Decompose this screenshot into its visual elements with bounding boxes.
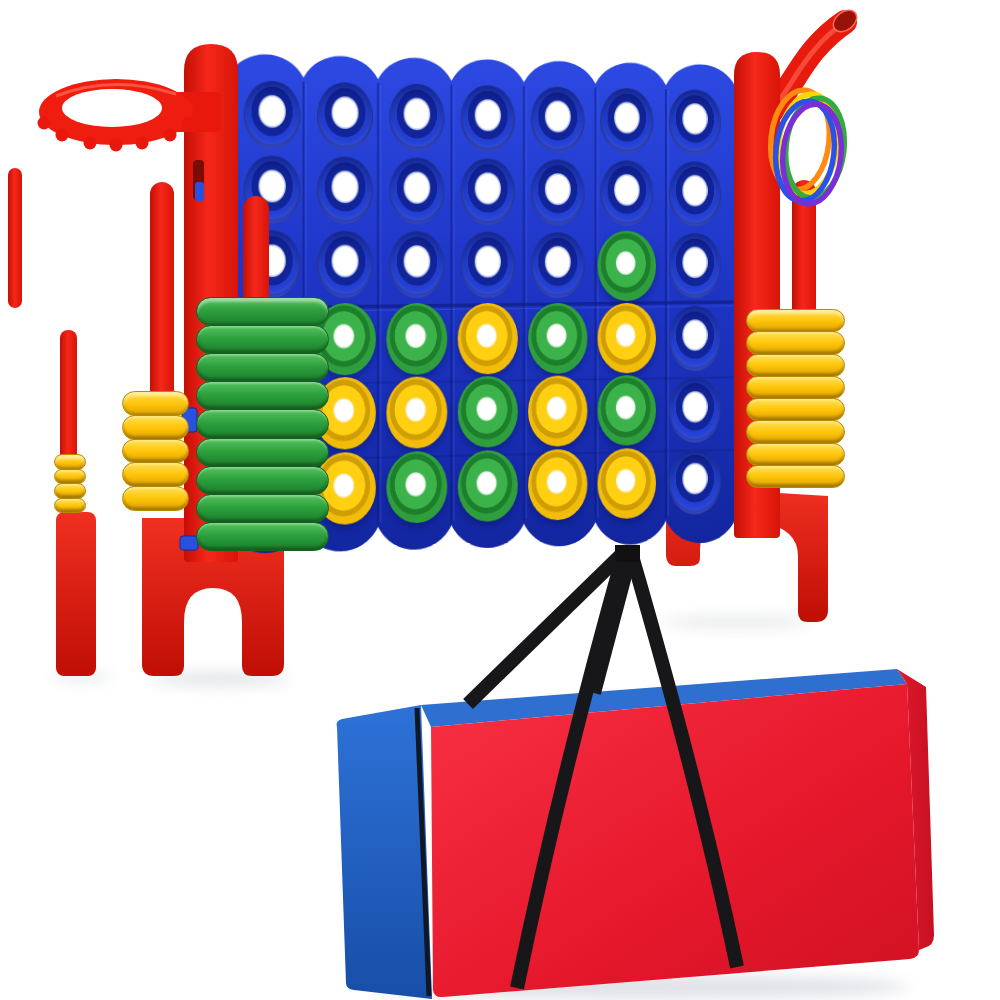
product-photo [0, 0, 1000, 1000]
strap-apex-knot [615, 545, 640, 562]
carrying-bag [0, 0, 1000, 1000]
